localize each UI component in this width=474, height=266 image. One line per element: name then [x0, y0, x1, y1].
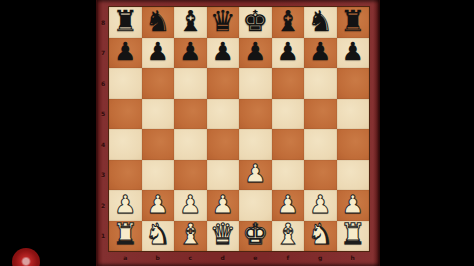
square-h1[interactable]: ♜	[337, 221, 370, 252]
square-f2[interactable]: ♟	[272, 190, 305, 221]
square-a6[interactable]	[109, 68, 142, 99]
square-c8[interactable]: ♝	[174, 7, 207, 38]
square-c5[interactable]	[174, 99, 207, 130]
square-g3[interactable]	[304, 160, 337, 191]
piece-black-bishop[interactable]: ♝	[275, 7, 301, 36]
file-label-e: e	[239, 251, 272, 264]
square-e8[interactable]: ♚	[239, 7, 272, 38]
square-a3[interactable]	[109, 160, 142, 191]
square-g6[interactable]	[304, 68, 337, 99]
piece-white-pawn[interactable]: ♟	[309, 192, 331, 217]
piece-black-pawn[interactable]: ♟	[179, 39, 201, 64]
square-c3[interactable]	[174, 160, 207, 191]
square-a2[interactable]: ♟	[109, 190, 142, 221]
piece-white-king[interactable]: ♚	[242, 220, 268, 249]
rank-label-8: 8	[97, 7, 109, 38]
square-e7[interactable]: ♟	[239, 38, 272, 69]
piece-black-pawn[interactable]: ♟	[309, 39, 331, 64]
square-h3[interactable]	[337, 160, 370, 191]
piece-black-rook[interactable]: ♜	[112, 7, 138, 36]
square-a4[interactable]	[109, 129, 142, 160]
piece-black-pawn[interactable]: ♟	[114, 39, 136, 64]
square-a8[interactable]: ♜	[109, 7, 142, 38]
square-f7[interactable]: ♟	[272, 38, 305, 69]
piece-black-queen[interactable]: ♛	[210, 7, 236, 36]
piece-white-rook[interactable]: ♜	[112, 220, 138, 249]
square-h5[interactable]	[337, 99, 370, 130]
square-d7[interactable]: ♟	[207, 38, 240, 69]
file-label-f: f	[272, 251, 305, 264]
rank-label-7: 7	[97, 38, 109, 69]
square-c1[interactable]: ♝	[174, 221, 207, 252]
file-label-g: g	[304, 251, 337, 264]
square-b1[interactable]: ♞	[142, 221, 175, 252]
piece-black-pawn[interactable]: ♟	[244, 39, 266, 64]
square-b3[interactable]	[142, 160, 175, 191]
piece-white-pawn[interactable]: ♟	[342, 192, 364, 217]
square-c7[interactable]: ♟	[174, 38, 207, 69]
square-g5[interactable]	[304, 99, 337, 130]
piece-black-pawn[interactable]: ♟	[147, 39, 169, 64]
square-c4[interactable]	[174, 129, 207, 160]
square-d3[interactable]	[207, 160, 240, 191]
video-stage: 87654321 ♜♞♝♛♚♝♞♜♟♟♟♟♟♟♟♟♟♟♟♟♟♟♟♟♜♞♝♛♚♝♞…	[0, 0, 474, 266]
piece-white-pawn[interactable]: ♟	[244, 161, 266, 186]
piece-white-queen[interactable]: ♛	[210, 220, 236, 249]
piece-black-knight[interactable]: ♞	[145, 7, 171, 36]
square-f3[interactable]	[272, 160, 305, 191]
rank-label-4: 4	[97, 129, 109, 160]
square-b5[interactable]	[142, 99, 175, 130]
rank-label-3: 3	[97, 160, 109, 191]
square-b6[interactable]	[142, 68, 175, 99]
chess-board-frame: 87654321 ♜♞♝♛♚♝♞♜♟♟♟♟♟♟♟♟♟♟♟♟♟♟♟♟♜♞♝♛♚♝♞…	[96, 0, 380, 266]
file-label-a: a	[109, 251, 142, 264]
board-grid[interactable]: ♜♞♝♛♚♝♞♜♟♟♟♟♟♟♟♟♟♟♟♟♟♟♟♟♜♞♝♛♚♝♞♜	[109, 7, 369, 251]
square-b2[interactable]: ♟	[142, 190, 175, 221]
square-h4[interactable]	[337, 129, 370, 160]
rank-label-1: 1	[97, 221, 109, 252]
square-e3[interactable]: ♟	[239, 160, 272, 191]
square-d8[interactable]: ♛	[207, 7, 240, 38]
square-g7[interactable]: ♟	[304, 38, 337, 69]
piece-white-pawn[interactable]: ♟	[179, 192, 201, 217]
square-f1[interactable]: ♝	[272, 221, 305, 252]
square-f5[interactable]	[272, 99, 305, 130]
piece-white-pawn[interactable]: ♟	[212, 192, 234, 217]
rank-label-2: 2	[97, 190, 109, 221]
square-b7[interactable]: ♟	[142, 38, 175, 69]
square-g2[interactable]: ♟	[304, 190, 337, 221]
square-b4[interactable]	[142, 129, 175, 160]
square-h8[interactable]: ♜	[337, 7, 370, 38]
square-e4[interactable]	[239, 129, 272, 160]
piece-white-pawn[interactable]: ♟	[147, 192, 169, 217]
piece-white-pawn[interactable]: ♟	[277, 192, 299, 217]
red-logo-icon	[12, 248, 40, 266]
piece-black-knight[interactable]: ♞	[307, 7, 333, 36]
piece-white-knight[interactable]: ♞	[307, 220, 333, 249]
piece-black-rook[interactable]: ♜	[340, 7, 366, 36]
piece-white-bishop[interactable]: ♝	[177, 220, 203, 249]
piece-black-pawn[interactable]: ♟	[212, 39, 234, 64]
piece-white-pawn[interactable]: ♟	[114, 192, 136, 217]
piece-white-bishop[interactable]: ♝	[275, 220, 301, 249]
file-label-d: d	[207, 251, 240, 264]
square-b8[interactable]: ♞	[142, 7, 175, 38]
square-a7[interactable]: ♟	[109, 38, 142, 69]
square-g8[interactable]: ♞	[304, 7, 337, 38]
square-h6[interactable]	[337, 68, 370, 99]
square-g4[interactable]	[304, 129, 337, 160]
square-f6[interactable]	[272, 68, 305, 99]
file-label-b: b	[142, 251, 175, 264]
square-c2[interactable]: ♟	[174, 190, 207, 221]
square-g1[interactable]: ♞	[304, 221, 337, 252]
piece-black-pawn[interactable]: ♟	[277, 39, 299, 64]
square-d6[interactable]	[207, 68, 240, 99]
square-e1[interactable]: ♚	[239, 221, 272, 252]
square-h7[interactable]: ♟	[337, 38, 370, 69]
square-a1[interactable]: ♜	[109, 221, 142, 252]
square-d2[interactable]: ♟	[207, 190, 240, 221]
piece-black-king[interactable]: ♚	[242, 7, 268, 36]
square-f4[interactable]	[272, 129, 305, 160]
piece-white-knight[interactable]: ♞	[145, 220, 171, 249]
square-d4[interactable]	[207, 129, 240, 160]
square-c6[interactable]	[174, 68, 207, 99]
rank-labels: 87654321	[97, 7, 109, 251]
file-labels: abcdefgh	[109, 251, 369, 264]
piece-black-pawn[interactable]: ♟	[342, 39, 364, 64]
file-label-h: h	[337, 251, 370, 264]
rank-label-6: 6	[97, 68, 109, 99]
square-d1[interactable]: ♛	[207, 221, 240, 252]
square-a5[interactable]	[109, 99, 142, 130]
rank-label-5: 5	[97, 99, 109, 130]
piece-black-bishop[interactable]: ♝	[177, 7, 203, 36]
square-e6[interactable]	[239, 68, 272, 99]
square-e5[interactable]	[239, 99, 272, 130]
square-e2[interactable]	[239, 190, 272, 221]
piece-white-rook[interactable]: ♜	[340, 220, 366, 249]
square-d5[interactable]	[207, 99, 240, 130]
square-f8[interactable]: ♝	[272, 7, 305, 38]
square-h2[interactable]: ♟	[337, 190, 370, 221]
file-label-c: c	[174, 251, 207, 264]
